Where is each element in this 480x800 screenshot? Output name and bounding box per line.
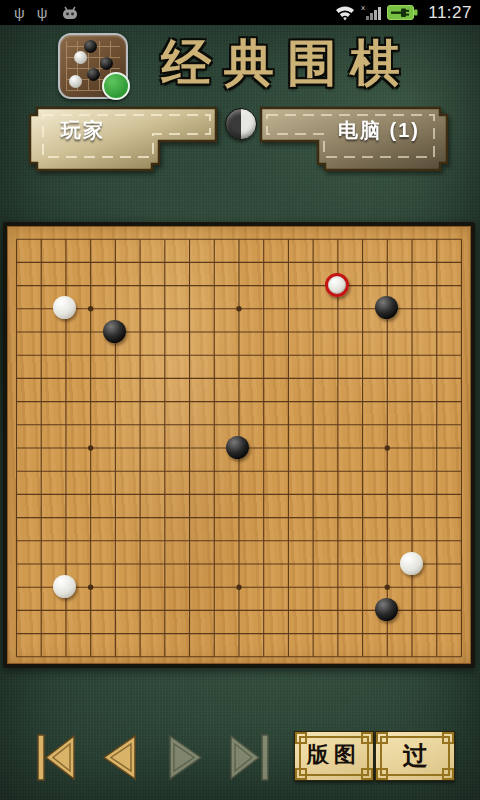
status-left-icons: ψ ψ [14,5,335,20]
white-stone [400,552,423,575]
app-screen: ψ ψ x [0,0,480,800]
black-stone [375,598,398,621]
nav-next-move-button[interactable] [167,734,207,781]
app-logo [58,33,128,99]
status-bar: ψ ψ x [0,0,480,25]
nav-first-move-button[interactable] [37,734,77,781]
logo-stone [69,75,82,88]
logo-stone [74,51,87,64]
android-icon [59,6,81,20]
player-plaque-white: 电脑 (1) [258,105,450,173]
logo-badge [102,72,130,100]
status-right-icons: x 11:27 [335,3,472,23]
usb-icon: ψ [14,5,25,20]
logo-stone [100,57,113,70]
black-stone [375,296,398,319]
territory-button-label: 版图 [295,740,373,770]
logo-stone [84,40,97,53]
svg-text:x: x [361,4,365,12]
star-point [236,306,241,311]
nav-last-move-button[interactable] [230,734,270,781]
player-plaque-black: 玩家 [27,105,219,173]
white-stone [53,575,76,598]
plaque-shape [27,105,219,173]
usb-icon: ψ [37,5,48,20]
pass-button[interactable]: 过 [375,731,455,781]
star-point [385,585,390,590]
battery-charging-icon [387,4,418,21]
star-point [385,445,390,450]
pass-button-label: 过 [376,739,454,772]
territory-button[interactable]: 版图 [294,731,374,781]
star-point [236,585,241,590]
clock: 11:27 [428,3,472,23]
turn-indicator-stone [225,108,257,140]
go-board[interactable] [7,226,471,664]
wifi-icon [335,5,355,21]
logo-stone [87,68,100,81]
go-board-frame [3,222,475,668]
black-stone [226,436,249,459]
black-stone [103,320,126,343]
app-title: 经典围棋 [128,34,446,94]
star-point [88,585,93,590]
star-point [88,306,93,311]
signal-no-sim-icon: x [361,4,381,21]
player-name: 玩家 [61,117,105,144]
star-point [88,445,93,450]
player-name: 电脑 (1) [338,117,420,144]
nav-prev-move-button[interactable] [98,734,138,781]
